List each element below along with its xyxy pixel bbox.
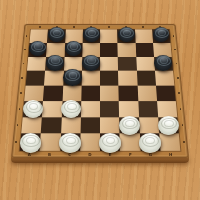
left-rail-mark-5 <box>21 77 23 79</box>
left-rail-mark-2 <box>17 124 19 126</box>
left-rail-mark-8 <box>26 35 28 37</box>
far-rail-mark-a <box>39 26 41 28</box>
light-piece-c3[interactable] <box>61 100 81 118</box>
left-rail-mark-7 <box>24 49 26 51</box>
right-rail-mark-5 <box>177 77 179 79</box>
dark-piece-c7[interactable] <box>65 41 82 57</box>
dark-piece-d6[interactable] <box>82 55 100 71</box>
light-piece-h2[interactable] <box>158 116 179 135</box>
light-piece-f2[interactable] <box>119 116 140 135</box>
board-overlay: ABCDEFGH <box>0 0 200 200</box>
wood-table-background: ABCDEFGH <box>0 0 200 200</box>
right-rail-mark-7 <box>174 49 176 51</box>
file-label-f: F <box>129 153 132 157</box>
right-rail-mark-6 <box>176 63 178 65</box>
file-label-h: H <box>169 153 172 157</box>
light-piece-c1[interactable] <box>59 133 81 153</box>
dark-piece-h6[interactable] <box>154 55 172 71</box>
far-rail-mark-g <box>142 26 144 28</box>
light-piece-a1[interactable] <box>20 133 42 153</box>
dark-piece-a7[interactable] <box>29 41 46 57</box>
left-rail-mark-4 <box>20 92 22 94</box>
file-label-e: E <box>109 153 112 157</box>
right-rail-mark-8 <box>173 35 175 37</box>
left-rail-mark-6 <box>23 63 25 65</box>
file-label-d: D <box>88 153 91 157</box>
left-rail-mark-3 <box>19 108 21 110</box>
right-rail-mark-3 <box>180 108 182 110</box>
right-rail-mark-2 <box>182 124 184 126</box>
dark-piece-c5[interactable] <box>63 69 82 86</box>
dark-piece-h8[interactable] <box>153 27 170 42</box>
left-rail-mark-1 <box>15 141 17 143</box>
dark-piece-b6[interactable] <box>46 55 64 71</box>
far-rail-mark-c <box>73 26 75 28</box>
file-label-c: C <box>68 153 71 157</box>
dark-piece-f8[interactable] <box>118 27 135 42</box>
file-label-a: A <box>28 153 31 157</box>
light-piece-e1[interactable] <box>99 133 121 153</box>
file-label-g: G <box>149 153 152 157</box>
file-label-b: B <box>48 153 51 157</box>
right-rail-mark-1 <box>183 141 185 143</box>
dark-piece-b8[interactable] <box>48 27 65 42</box>
far-rail-mark-e <box>108 26 110 28</box>
light-piece-g1[interactable] <box>139 133 161 153</box>
light-piece-a3[interactable] <box>23 100 43 118</box>
right-rail-mark-4 <box>178 92 180 94</box>
dark-piece-d8[interactable] <box>83 27 100 42</box>
